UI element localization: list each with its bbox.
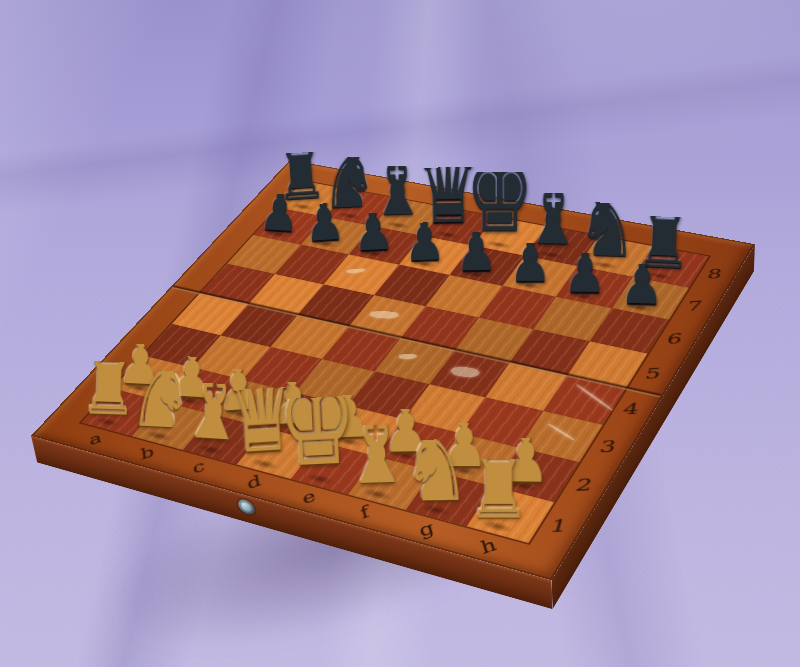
file-label-g: g <box>412 520 437 541</box>
wear-mark <box>547 423 575 441</box>
rank-label-3: 3 <box>597 437 615 455</box>
square-d5 <box>348 295 425 338</box>
square-d7: ♟ <box>399 236 473 276</box>
pawn-glyph: ♟ <box>303 191 346 249</box>
piece-shadow <box>456 267 497 282</box>
piece-black-pawn-b7: ♟ <box>303 202 346 249</box>
pawn-glyph: ♟ <box>455 220 498 279</box>
rank-label-2: 2 <box>573 476 591 495</box>
finial-king <box>497 130 503 143</box>
square-a4 <box>172 293 248 335</box>
piece-white-rook-h1: ♜ <box>466 459 532 532</box>
piece-black-pawn-d7: ♟ <box>403 222 446 269</box>
pawn-glyph: ♟ <box>352 200 395 258</box>
piece-black-king-e8: ♚ <box>466 172 534 248</box>
piece-shadow <box>428 228 467 242</box>
piece-shadow <box>259 228 297 242</box>
square-d8: ♛ <box>422 207 495 245</box>
file-label-a: a <box>84 431 103 449</box>
piece-shadow <box>584 258 625 273</box>
square-a8: ♜ <box>279 181 350 217</box>
square-a6 <box>227 235 300 274</box>
piece-black-rook-a8: ♜ <box>274 151 329 212</box>
piece-black-bishop-f8: ♝ <box>523 193 583 260</box>
square-d6 <box>374 265 450 306</box>
square-f7: ♟ <box>502 255 578 296</box>
finial-queen <box>443 132 452 141</box>
square-c7: ♟ <box>349 226 422 265</box>
square-g6 <box>533 297 611 341</box>
camera-roll-wrapper: ♜♞♝♛♚♝♞♜♟♟♟♟♟♟♟♟♟♟♟♟♟♟♟♟♜♞♝♛♚♝♞♜ abcdefg… <box>0 0 800 667</box>
file-label-e: e <box>296 488 319 507</box>
square-c6 <box>324 255 399 295</box>
finial-queen <box>253 347 263 357</box>
file-label-c: c <box>187 459 207 477</box>
wear-mark <box>346 268 365 273</box>
pawn-glyph: ♟ <box>403 210 446 269</box>
piece-black-pawn-f7: ♟ <box>509 242 551 289</box>
piece-shadow <box>355 247 394 261</box>
queen-glyph: ♛ <box>415 131 481 239</box>
rank-label-7: 7 <box>684 298 702 314</box>
piece-black-pawn-e7: ♟ <box>456 232 498 279</box>
rank-label-6: 6 <box>664 331 682 347</box>
rank-label-8: 8 <box>704 267 722 282</box>
square-a5 <box>200 264 275 304</box>
clasp-icon <box>237 498 255 516</box>
file-label-h: h <box>473 536 500 557</box>
square-b8: ♞ <box>325 189 396 225</box>
file-label-b: b <box>135 444 156 462</box>
piece-shadow <box>379 218 417 232</box>
piece-shadow <box>331 209 369 222</box>
knight-glyph: ♞ <box>402 416 472 516</box>
square-c8: ♝ <box>373 198 445 235</box>
wear-mark <box>575 384 614 411</box>
pawn-glyph: ♟ <box>564 240 608 300</box>
piece-white-knight-g1: ♞ <box>402 439 472 516</box>
piece-black-queen-d8: ♛ <box>416 167 481 239</box>
piece-black-knight-b8: ♞ <box>320 156 379 221</box>
piece-shadow <box>562 288 604 304</box>
square-f8: ♝ <box>525 226 599 266</box>
file-label-d: d <box>240 473 263 492</box>
square-h7: ♟ <box>612 277 689 320</box>
chess-board: ♜♞♝♛♚♝♞♜♟♟♟♟♟♟♟♟♟♟♟♟♟♟♟♟♜♞♝♛♚♝♞♜ abcdefg… <box>31 160 755 580</box>
bishop-glyph: ♝ <box>368 134 427 230</box>
bishop-glyph: ♝ <box>523 160 583 259</box>
piece-black-pawn-a7: ♟ <box>259 193 301 239</box>
piece-black-pawn-c7: ♟ <box>353 212 396 259</box>
wear-mark <box>369 310 400 318</box>
pawn-glyph: ♟ <box>259 182 302 239</box>
file-label-f: f <box>353 504 372 522</box>
square-b6 <box>275 245 349 285</box>
piece-shadow <box>306 237 344 251</box>
rank-labels: 12345678 <box>290 160 755 244</box>
wear-mark <box>398 354 417 359</box>
piece-shadow <box>531 248 572 263</box>
square-e6 <box>426 275 502 317</box>
piece-black-bishop-c8: ♝ <box>369 165 427 230</box>
pawn-glyph: ♟ <box>509 230 551 289</box>
square-e8: ♚ <box>473 217 547 256</box>
piece-shadow <box>405 257 445 272</box>
piece-shadow <box>284 200 321 213</box>
rook-glyph: ♜ <box>272 131 329 212</box>
rook-glyph: ♜ <box>466 433 532 532</box>
square-b5 <box>248 274 324 315</box>
piece-black-pawn-h7: ♟ <box>620 263 665 313</box>
photo-scene: ♜♞♝♛♚♝♞♜♟♟♟♟♟♟♟♟♟♟♟♟♟♟♟♟♜♞♝♛♚♝♞♜ abcdefg… <box>0 0 800 667</box>
king-glyph: ♚ <box>466 134 534 248</box>
square-a7: ♟ <box>253 208 325 245</box>
knight-glyph: ♞ <box>319 137 379 220</box>
square-e7: ♟ <box>450 245 525 285</box>
wear-mark <box>449 366 481 379</box>
piece-shadow <box>479 238 519 252</box>
finial-king <box>311 349 318 365</box>
piece-black-pawn-g7: ♟ <box>564 252 608 301</box>
rank-label-4: 4 <box>620 400 638 417</box>
square-b7: ♟ <box>300 217 373 255</box>
file-labels: abcdefgh <box>290 160 755 244</box>
piece-shadow <box>508 278 549 293</box>
square-c5 <box>298 284 374 326</box>
rank-label-1: 1 <box>548 516 566 536</box>
rank-label-5: 5 <box>642 365 660 382</box>
board-top-face: ♜♞♝♛♚♝♞♜♟♟♟♟♟♟♟♟♟♟♟♟♟♟♟♟♜♞♝♛♚♝♞♜ abcdefg… <box>31 160 755 580</box>
pawn-glyph: ♟ <box>620 251 665 313</box>
